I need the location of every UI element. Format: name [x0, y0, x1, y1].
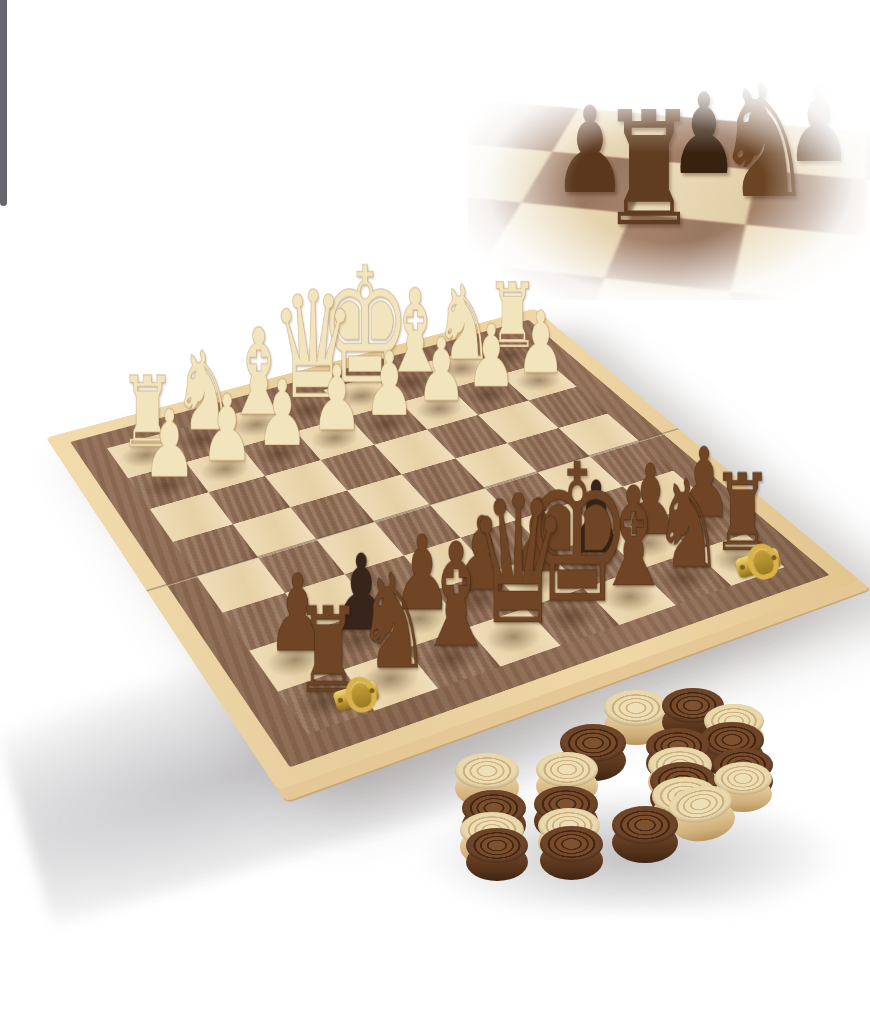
piece-white-pawn-c7: ♟ — [256, 372, 308, 456]
checker-top — [455, 753, 519, 789]
piece-white-pawn-g7: ♟ — [466, 317, 516, 397]
piece-black-knight-b1: ♞ — [355, 562, 430, 683]
checker-top — [604, 690, 668, 726]
piece-white-pawn-e7: ♟ — [364, 344, 415, 426]
pieces-layer: ♜♞♝♛♚♝♞♜♟♟♟♟♟♟♟♟♟♟♟♟♟♟♟♟♜♞♝♛♚♝♞♜ — [107, 337, 785, 734]
checker-disc-brown — [466, 828, 528, 881]
piece-white-pawn-f7: ♟ — [416, 330, 466, 411]
checker-top — [466, 828, 528, 863]
scrollbar-thumb[interactable] — [0, 0, 7, 206]
checker-top — [536, 752, 598, 787]
piece-white-pawn-h7: ♟ — [516, 304, 565, 383]
piece-white-pawn-d7: ♟ — [311, 358, 363, 441]
inset-closeup-photo: ♟♜♟♞♟ — [468, 34, 870, 300]
checker-disc-brown — [540, 826, 603, 880]
checker-disc-brown — [612, 806, 678, 863]
checker-top — [540, 826, 603, 862]
piece-white-pawn-a7: ♟ — [143, 401, 197, 487]
inset-white-vignette — [468, 34, 870, 300]
checker-top — [612, 806, 678, 844]
piece-white-pawn-b7: ♟ — [200, 386, 253, 471]
